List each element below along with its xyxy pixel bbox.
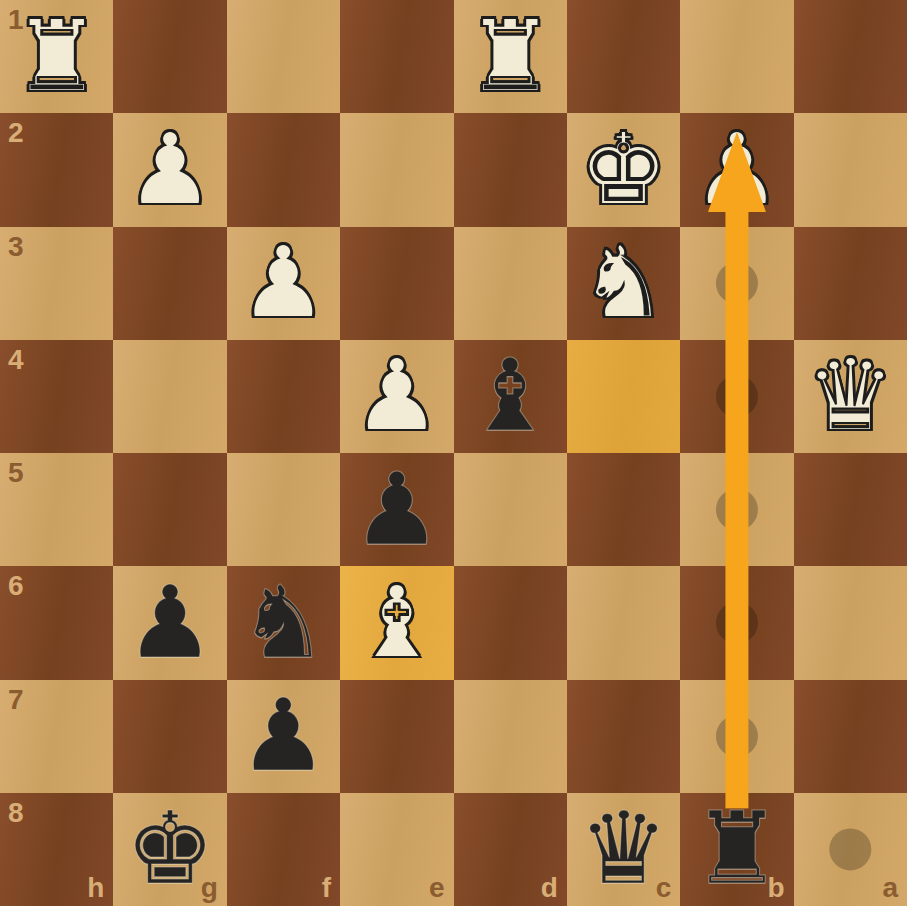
- square-a6[interactable]: [794, 566, 907, 679]
- piece-white-rook[interactable]: ♜: [454, 0, 567, 113]
- rank-label-5: 5: [8, 459, 24, 487]
- square-h8[interactable]: 8h: [0, 793, 113, 906]
- square-a7[interactable]: [794, 680, 907, 793]
- file-label-h: h: [87, 874, 104, 902]
- legal-move-dot-b5[interactable]: [716, 489, 758, 531]
- square-f6[interactable]: ♞: [227, 566, 340, 679]
- square-h7[interactable]: 7: [0, 680, 113, 793]
- square-h4[interactable]: 4: [0, 340, 113, 453]
- square-f3[interactable]: ♟: [227, 227, 340, 340]
- square-d5[interactable]: [454, 453, 567, 566]
- piece-black-king[interactable]: ♚: [113, 793, 226, 906]
- square-e7[interactable]: [340, 680, 453, 793]
- piece-white-king[interactable]: ♚: [567, 113, 680, 226]
- piece-black-pawn[interactable]: ♟: [113, 566, 226, 679]
- square-c3[interactable]: ♞: [567, 227, 680, 340]
- piece-white-queen[interactable]: ♛: [794, 340, 907, 453]
- piece-black-queen[interactable]: ♛: [567, 793, 680, 906]
- chess-board: 1♜♜2♟♚♟3♟♞4♟♝♛5♟6♟♞♝7♟8hg♚fedc♛b♜a: [0, 0, 907, 906]
- square-f1[interactable]: [227, 0, 340, 113]
- square-e5[interactable]: ♟: [340, 453, 453, 566]
- square-g7[interactable]: [113, 680, 226, 793]
- square-a5[interactable]: [794, 453, 907, 566]
- rank-label-8: 8: [8, 799, 24, 827]
- piece-white-rook[interactable]: ♜: [0, 0, 113, 113]
- square-f8[interactable]: f: [227, 793, 340, 906]
- square-e6[interactable]: ♝: [340, 566, 453, 679]
- piece-white-pawn[interactable]: ♟: [680, 113, 793, 226]
- square-f5[interactable]: [227, 453, 340, 566]
- square-c5[interactable]: [567, 453, 680, 566]
- rank-label-2: 2: [8, 119, 24, 147]
- file-label-d: d: [541, 874, 558, 902]
- square-h5[interactable]: 5: [0, 453, 113, 566]
- piece-black-rook[interactable]: ♜: [680, 793, 793, 906]
- legal-move-dot-a8[interactable]: [829, 828, 871, 870]
- square-d8[interactable]: d: [454, 793, 567, 906]
- square-g1[interactable]: [113, 0, 226, 113]
- legal-move-dot-b7[interactable]: [716, 715, 758, 757]
- square-a2[interactable]: [794, 113, 907, 226]
- square-h6[interactable]: 6: [0, 566, 113, 679]
- square-c8[interactable]: c♛: [567, 793, 680, 906]
- legal-move-dot-b4[interactable]: [716, 375, 758, 417]
- square-b1[interactable]: [680, 0, 793, 113]
- piece-black-pawn[interactable]: ♟: [227, 680, 340, 793]
- square-d2[interactable]: [454, 113, 567, 226]
- square-g2[interactable]: ♟: [113, 113, 226, 226]
- square-g5[interactable]: [113, 453, 226, 566]
- square-a1[interactable]: [794, 0, 907, 113]
- file-label-a: a: [882, 874, 898, 902]
- square-c1[interactable]: [567, 0, 680, 113]
- rank-label-7: 7: [8, 686, 24, 714]
- piece-black-knight[interactable]: ♞: [227, 566, 340, 679]
- square-d3[interactable]: [454, 227, 567, 340]
- piece-white-knight[interactable]: ♞: [567, 227, 680, 340]
- square-e2[interactable]: [340, 113, 453, 226]
- rank-label-6: 6: [8, 572, 24, 600]
- square-e3[interactable]: [340, 227, 453, 340]
- board-squares: 1♜♜2♟♚♟3♟♞4♟♝♛5♟6♟♞♝7♟8hg♚fedc♛b♜a: [0, 0, 907, 906]
- square-c4[interactable]: [567, 340, 680, 453]
- square-h2[interactable]: 2: [0, 113, 113, 226]
- piece-white-pawn[interactable]: ♟: [227, 227, 340, 340]
- square-b8[interactable]: b♜: [680, 793, 793, 906]
- rank-label-3: 3: [8, 233, 24, 261]
- square-f7[interactable]: ♟: [227, 680, 340, 793]
- piece-white-pawn[interactable]: ♟: [340, 340, 453, 453]
- square-g6[interactable]: ♟: [113, 566, 226, 679]
- legal-move-dot-b3[interactable]: [716, 262, 758, 304]
- square-d1[interactable]: ♜: [454, 0, 567, 113]
- piece-black-bishop[interactable]: ♝: [454, 340, 567, 453]
- square-d4[interactable]: ♝: [454, 340, 567, 453]
- square-d7[interactable]: [454, 680, 567, 793]
- square-a4[interactable]: ♛: [794, 340, 907, 453]
- square-c6[interactable]: [567, 566, 680, 679]
- file-label-e: e: [429, 874, 445, 902]
- square-c2[interactable]: ♚: [567, 113, 680, 226]
- square-d6[interactable]: [454, 566, 567, 679]
- square-f4[interactable]: [227, 340, 340, 453]
- piece-white-bishop[interactable]: ♝: [340, 566, 453, 679]
- square-g8[interactable]: g♚: [113, 793, 226, 906]
- square-e8[interactable]: e: [340, 793, 453, 906]
- piece-black-pawn[interactable]: ♟: [340, 453, 453, 566]
- square-h1[interactable]: 1♜: [0, 0, 113, 113]
- piece-white-pawn[interactable]: ♟: [113, 113, 226, 226]
- square-c7[interactable]: [567, 680, 680, 793]
- legal-move-dot-b6[interactable]: [716, 602, 758, 644]
- square-e4[interactable]: ♟: [340, 340, 453, 453]
- rank-label-4: 4: [8, 346, 24, 374]
- square-a3[interactable]: [794, 227, 907, 340]
- file-label-f: f: [322, 874, 331, 902]
- square-g4[interactable]: [113, 340, 226, 453]
- square-f2[interactable]: [227, 113, 340, 226]
- square-b2[interactable]: ♟: [680, 113, 793, 226]
- square-h3[interactable]: 3: [0, 227, 113, 340]
- square-g3[interactable]: [113, 227, 226, 340]
- square-e1[interactable]: [340, 0, 453, 113]
